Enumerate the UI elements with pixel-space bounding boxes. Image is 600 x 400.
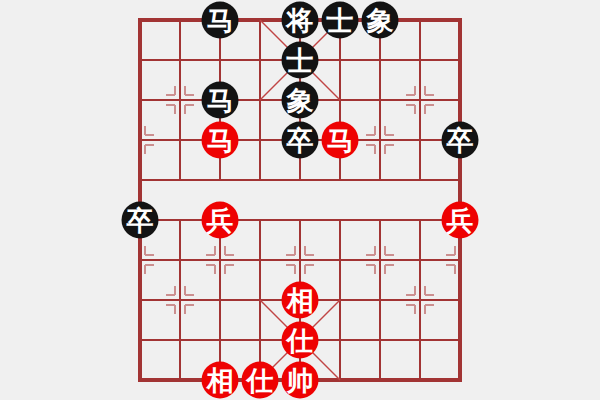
board-point[interactable]: 帅 [280,360,320,400]
board-point[interactable] [120,0,160,40]
board-point[interactable]: 马 [200,120,240,160]
board-point[interactable] [400,280,440,320]
board-point[interactable] [320,160,360,200]
board-point[interactable]: 马 [200,0,240,40]
board-point[interactable] [240,320,280,360]
board-point[interactable] [440,80,480,120]
piece-black-pawn[interactable]: 卒 [122,202,159,239]
board-point[interactable] [240,40,280,80]
board-point[interactable] [160,40,200,80]
board-point[interactable]: 仕 [240,360,280,400]
board-point[interactable] [120,320,160,360]
board-point[interactable] [400,360,440,400]
board-point[interactable] [360,40,400,80]
board-point[interactable] [360,80,400,120]
board-point[interactable]: 相 [200,360,240,400]
piece-red-horse[interactable]: 马 [322,122,359,159]
piece-black-elephant[interactable]: 象 [362,2,399,39]
board-point[interactable]: 卒 [120,200,160,240]
board-point[interactable] [160,280,200,320]
board-point[interactable] [160,240,200,280]
piece-black-pawn[interactable]: 卒 [442,122,479,159]
board-point[interactable] [240,80,280,120]
board-point[interactable] [200,320,240,360]
piece-black-advisor[interactable]: 士 [282,42,319,79]
piece-black-pawn[interactable]: 卒 [282,122,319,159]
board-point[interactable] [320,40,360,80]
board-point[interactable] [200,240,240,280]
piece-black-advisor[interactable]: 士 [322,2,359,39]
board-point[interactable] [440,0,480,40]
board-point[interactable] [240,200,280,240]
board-point[interactable] [440,280,480,320]
board-point[interactable] [440,40,480,80]
board-point[interactable] [400,160,440,200]
board-point[interactable] [160,320,200,360]
piece-black-king[interactable]: 将 [282,2,319,39]
board-point[interactable] [360,360,400,400]
piece-red-pawn[interactable]: 兵 [442,202,479,239]
board-point[interactable] [200,280,240,320]
board-point[interactable] [360,120,400,160]
board-point[interactable] [360,240,400,280]
board-point[interactable] [280,200,320,240]
board-point[interactable] [400,40,440,80]
board-point[interactable] [320,280,360,320]
board-point[interactable]: 将 [280,0,320,40]
board-point[interactable] [240,0,280,40]
board-point[interactable] [120,40,160,80]
piece-red-advisor[interactable]: 仕 [282,322,319,359]
board-point[interactable] [320,360,360,400]
board-point[interactable] [440,240,480,280]
piece-red-pawn[interactable]: 兵 [202,202,239,239]
board-point[interactable]: 卒 [280,120,320,160]
board-point[interactable]: 兵 [440,200,480,240]
piece-red-horse[interactable]: 马 [202,122,239,159]
board-point[interactable] [120,160,160,200]
xiangqi-app: 马将士象士马象马卒马卒卒兵兵相仕相仕帅 [0,0,600,400]
board-point[interactable] [360,160,400,200]
board-point[interactable]: 卒 [440,120,480,160]
board-point[interactable] [120,80,160,120]
piece-red-elephant[interactable]: 相 [282,282,319,319]
board-point[interactable] [240,120,280,160]
board-point[interactable] [160,120,200,160]
board-point[interactable] [400,320,440,360]
piece-black-horse[interactable]: 马 [202,82,239,119]
board-point[interactable] [160,0,200,40]
board-point[interactable] [240,240,280,280]
piece-black-elephant[interactable]: 象 [282,82,319,119]
xiangqi-board[interactable]: 马将士象士马象马卒马卒卒兵兵相仕相仕帅 [120,0,480,400]
board-point[interactable] [440,160,480,200]
board-point[interactable] [320,320,360,360]
board-point[interactable] [160,160,200,200]
board-point[interactable] [200,40,240,80]
board-point[interactable] [400,0,440,40]
board-point[interactable] [160,80,200,120]
board-point[interactable]: 士 [320,0,360,40]
board-point[interactable] [160,360,200,400]
board-point[interactable]: 仕 [280,320,320,360]
board-point[interactable]: 马 [200,80,240,120]
piece-black-horse[interactable]: 马 [202,2,239,39]
board-point[interactable] [400,80,440,120]
board-point[interactable] [240,160,280,200]
piece-red-king[interactable]: 帅 [282,362,319,399]
board-point[interactable] [240,280,280,320]
board-point[interactable] [320,240,360,280]
board-point[interactable]: 象 [360,0,400,40]
piece-red-advisor[interactable]: 仕 [242,362,279,399]
board-point[interactable] [400,200,440,240]
board-point[interactable] [280,240,320,280]
board-point[interactable] [120,280,160,320]
board-point[interactable] [120,240,160,280]
board-point[interactable] [440,360,480,400]
board-point[interactable] [400,240,440,280]
board-point[interactable] [440,320,480,360]
board-point[interactable] [360,320,400,360]
board-point[interactable] [320,200,360,240]
piece-red-elephant[interactable]: 相 [202,362,239,399]
board-point[interactable] [320,80,360,120]
board-point[interactable] [160,200,200,240]
board-point[interactable] [360,280,400,320]
board-point[interactable] [360,200,400,240]
board-point[interactable] [400,120,440,160]
board-point[interactable] [200,160,240,200]
board-point[interactable] [120,360,160,400]
board-point[interactable] [280,160,320,200]
board-point[interactable]: 相 [280,280,320,320]
board-point[interactable]: 象 [280,80,320,120]
board-point[interactable]: 兵 [200,200,240,240]
board-point[interactable]: 马 [320,120,360,160]
board-point[interactable] [120,120,160,160]
board-point[interactable]: 士 [280,40,320,80]
